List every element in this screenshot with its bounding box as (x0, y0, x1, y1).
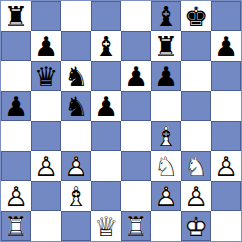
piece-black-pawn[interactable]: ♟ (1, 91, 31, 121)
piece-white-bishop[interactable]: ♝♗ (61, 181, 91, 211)
piece-white-pawn[interactable]: ♟♙ (31, 151, 61, 181)
square-c4[interactable] (61, 121, 91, 151)
square-f4[interactable]: ♝♗ (151, 121, 181, 151)
piece-outline-glyph: ♙ (1, 181, 31, 211)
chessboard-window: ♜♝♚♟♝♜♟♛♞♟♟♟♞♟♝♗♟♙♟♙♞♘♞♘♟♙♟♙♝♗♟♙♟♙♜♖♛♕♜♖… (0, 0, 242, 242)
square-f3[interactable]: ♞♘ (151, 151, 181, 181)
piece-white-king[interactable]: ♚♔ (181, 211, 211, 241)
square-b5[interactable] (31, 91, 61, 121)
square-a6[interactable] (1, 61, 31, 91)
square-e5[interactable] (121, 91, 151, 121)
square-d2[interactable] (91, 181, 121, 211)
piece-black-rook[interactable]: ♜ (1, 1, 31, 31)
piece-fill-glyph: ♟ (121, 61, 151, 91)
piece-white-pawn[interactable]: ♟♙ (1, 181, 31, 211)
square-e4[interactable] (121, 121, 151, 151)
piece-outline-glyph: ♖ (1, 211, 31, 241)
square-e6[interactable]: ♟ (121, 61, 151, 91)
square-f7[interactable]: ♜ (151, 31, 181, 61)
piece-fill-glyph: ♛ (31, 61, 61, 91)
piece-white-rook[interactable]: ♜♖ (121, 211, 151, 241)
square-b7[interactable]: ♟ (31, 31, 61, 61)
square-b3[interactable]: ♟♙ (31, 151, 61, 181)
piece-black-pawn[interactable]: ♟ (121, 61, 151, 91)
piece-outline-glyph: ♕ (91, 211, 121, 241)
piece-fill-glyph: ♜ (1, 1, 31, 31)
piece-outline-glyph: ♘ (151, 151, 181, 181)
square-a5[interactable]: ♟ (1, 91, 31, 121)
square-b2[interactable] (31, 181, 61, 211)
piece-fill-glyph: ♟ (151, 61, 181, 91)
square-d7[interactable]: ♝ (91, 31, 121, 61)
piece-outline-glyph: ♙ (61, 151, 91, 181)
square-e1[interactable]: ♜♖ (121, 211, 151, 241)
piece-white-pawn[interactable]: ♟♙ (151, 181, 181, 211)
piece-fill-glyph: ♟ (211, 31, 241, 61)
piece-black-pawn[interactable]: ♟ (91, 91, 121, 121)
piece-fill-glyph: ♟ (91, 91, 121, 121)
square-g6[interactable] (181, 61, 211, 91)
square-b8[interactable] (31, 1, 61, 31)
square-f1[interactable] (151, 211, 181, 241)
square-a8[interactable]: ♜ (1, 1, 31, 31)
square-a1[interactable]: ♜♖ (1, 211, 31, 241)
piece-fill-glyph: ♟ (31, 31, 61, 61)
piece-fill-glyph: ♜ (151, 31, 181, 61)
square-d8[interactable] (91, 1, 121, 31)
square-f2[interactable]: ♟♙ (151, 181, 181, 211)
square-d1[interactable]: ♛♕ (91, 211, 121, 241)
square-g3[interactable]: ♞♘ (181, 151, 211, 181)
square-d4[interactable] (91, 121, 121, 151)
square-h3[interactable]: ♟♙ (211, 151, 241, 181)
square-g4[interactable] (181, 121, 211, 151)
piece-outline-glyph: ♙ (31, 151, 61, 181)
piece-outline-glyph: ♙ (211, 151, 241, 181)
piece-fill-glyph: ♞ (61, 61, 91, 91)
piece-black-knight[interactable]: ♞ (61, 61, 91, 91)
square-d5[interactable]: ♟ (91, 91, 121, 121)
piece-outline-glyph: ♘ (181, 151, 211, 181)
square-g5[interactable] (181, 91, 211, 121)
square-b6[interactable]: ♛ (31, 61, 61, 91)
square-h7[interactable]: ♟ (211, 31, 241, 61)
square-a7[interactable] (1, 31, 31, 61)
piece-black-rook[interactable]: ♜ (151, 31, 181, 61)
square-h4[interactable] (211, 121, 241, 151)
square-h2[interactable] (211, 181, 241, 211)
piece-black-pawn[interactable]: ♟ (151, 61, 181, 91)
square-h8[interactable] (211, 1, 241, 31)
square-e3[interactable] (121, 151, 151, 181)
piece-fill-glyph: ♟ (1, 91, 31, 121)
square-c5[interactable]: ♞ (61, 91, 91, 121)
piece-outline-glyph: ♔ (181, 211, 211, 241)
piece-white-queen[interactable]: ♛♕ (91, 211, 121, 241)
piece-fill-glyph: ♚ (181, 1, 211, 31)
square-f6[interactable]: ♟ (151, 61, 181, 91)
square-e2[interactable] (121, 181, 151, 211)
square-b4[interactable] (31, 121, 61, 151)
square-g1[interactable]: ♚♔ (181, 211, 211, 241)
piece-white-pawn[interactable]: ♟♙ (61, 151, 91, 181)
piece-outline-glyph: ♖ (121, 211, 151, 241)
square-h6[interactable] (211, 61, 241, 91)
square-e7[interactable] (121, 31, 151, 61)
square-f8[interactable]: ♝ (151, 1, 181, 31)
square-d6[interactable] (91, 61, 121, 91)
piece-outline-glyph: ♗ (61, 181, 91, 211)
piece-white-bishop[interactable]: ♝♗ (151, 121, 181, 151)
piece-black-bishop[interactable]: ♝ (151, 1, 181, 31)
piece-outline-glyph: ♙ (151, 181, 181, 211)
square-c7[interactable] (61, 31, 91, 61)
piece-black-knight[interactable]: ♞ (61, 91, 91, 121)
square-g7[interactable] (181, 31, 211, 61)
square-c2[interactable]: ♝♗ (61, 181, 91, 211)
square-c8[interactable] (61, 1, 91, 31)
piece-black-pawn[interactable]: ♟ (31, 31, 61, 61)
square-g2[interactable]: ♟♙ (181, 181, 211, 211)
piece-white-rook[interactable]: ♜♖ (1, 211, 31, 241)
piece-white-knight[interactable]: ♞♘ (181, 151, 211, 181)
piece-black-queen[interactable]: ♛ (31, 61, 61, 91)
square-a3[interactable] (1, 151, 31, 181)
piece-fill-glyph: ♞ (61, 91, 91, 121)
square-a4[interactable] (1, 121, 31, 151)
square-h5[interactable] (211, 91, 241, 121)
square-b1[interactable] (31, 211, 61, 241)
piece-black-pawn[interactable]: ♟ (211, 31, 241, 61)
piece-fill-glyph: ♝ (151, 1, 181, 31)
square-c6[interactable]: ♞ (61, 61, 91, 91)
square-c1[interactable] (61, 211, 91, 241)
piece-white-knight[interactable]: ♞♘ (151, 151, 181, 181)
square-f5[interactable] (151, 91, 181, 121)
piece-white-pawn[interactable]: ♟♙ (181, 181, 211, 211)
square-h1[interactable] (211, 211, 241, 241)
square-e8[interactable] (121, 1, 151, 31)
piece-fill-glyph: ♝ (91, 31, 121, 61)
piece-outline-glyph: ♙ (181, 181, 211, 211)
chess-board: ♜♝♚♟♝♜♟♛♞♟♟♟♞♟♝♗♟♙♟♙♞♘♞♘♟♙♟♙♝♗♟♙♟♙♜♖♛♕♜♖… (0, 0, 242, 242)
piece-outline-glyph: ♗ (151, 121, 181, 151)
square-a2[interactable]: ♟♙ (1, 181, 31, 211)
piece-white-pawn[interactable]: ♟♙ (211, 151, 241, 181)
piece-black-king[interactable]: ♚ (181, 1, 211, 31)
square-c3[interactable]: ♟♙ (61, 151, 91, 181)
square-g8[interactable]: ♚ (181, 1, 211, 31)
piece-black-bishop[interactable]: ♝ (91, 31, 121, 61)
square-d3[interactable] (91, 151, 121, 181)
